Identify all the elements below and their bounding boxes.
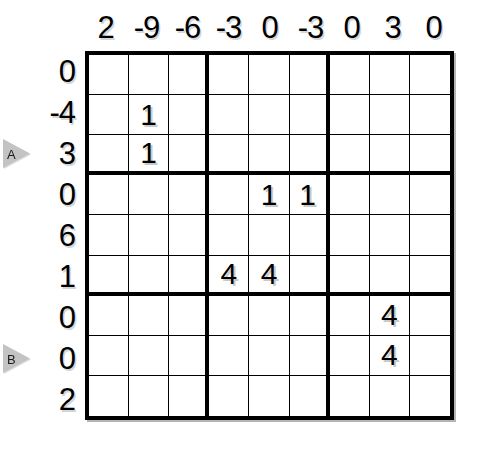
cell-r7c4[interactable] [209,296,249,336]
cell-r6c1[interactable] [89,256,129,296]
cell-r8c6[interactable] [290,336,330,376]
cell-r6c9[interactable] [410,256,450,296]
marker-label: A [7,146,16,161]
cell-r4c1[interactable] [89,175,129,215]
cell-r4c6[interactable]: 1 [290,175,330,215]
cell-r1c6[interactable] [290,55,330,95]
cell-r6c8[interactable] [370,256,410,296]
cell-r5c2[interactable] [129,215,169,255]
left-clue-row5: 6 [0,215,85,256]
cell-r9c7[interactable] [330,376,370,416]
cell-r6c7[interactable] [330,256,370,296]
marker-label: B [7,351,16,366]
cell-r3c7[interactable] [330,135,370,175]
cell-r5c3[interactable] [169,215,209,255]
cell-r8c3[interactable] [169,336,209,376]
cell-r3c1[interactable] [89,135,129,175]
cell-r4c9[interactable] [410,175,450,215]
cell-r5c4[interactable] [209,215,249,255]
top-clues: 2-9-6-30-3030 [85,8,454,48]
cell-r9c6[interactable] [290,376,330,416]
cell-r2c5[interactable] [249,95,289,135]
cell-r6c6[interactable] [290,256,330,296]
cell-r2c2[interactable]: 1 [129,95,169,135]
left-clue-row7: 0 [0,297,85,338]
cell-r2c3[interactable] [169,95,209,135]
cell-r8c7[interactable] [330,336,370,376]
left-clue-row4: 0 [0,174,85,215]
cell-r7c1[interactable] [89,296,129,336]
top-clue-col5: 0 [249,8,290,48]
cell-r9c4[interactable] [209,376,249,416]
cell-r6c4[interactable]: 4 [209,256,249,296]
top-clue-col4: -3 [208,8,249,48]
cell-r7c8[interactable]: 4 [370,296,410,336]
cell-r8c8[interactable]: 4 [370,336,410,376]
cell-r2c8[interactable] [370,95,410,135]
cell-r5c5[interactable] [249,215,289,255]
cell-r9c5[interactable] [249,376,289,416]
cell-r1c7[interactable] [330,55,370,95]
cell-r1c2[interactable] [129,55,169,95]
cell-r6c2[interactable] [129,256,169,296]
answer-marker-a-arrow-icon: A [3,139,30,168]
cell-r4c4[interactable] [209,175,249,215]
cell-r9c1[interactable] [89,376,129,416]
cell-r8c9[interactable] [410,336,450,376]
cell-r3c2[interactable]: 1 [129,135,169,175]
top-clue-col6: -3 [290,8,331,48]
cell-r9c3[interactable] [169,376,209,416]
cell-r5c1[interactable] [89,215,129,255]
cell-r8c4[interactable] [209,336,249,376]
left-clue-row2: -4 [0,92,85,133]
top-clue-col2: -9 [126,8,167,48]
top-clue-col8: 3 [372,8,413,48]
top-clue-col7: 0 [331,8,372,48]
cell-r1c8[interactable] [370,55,410,95]
cell-r2c4[interactable] [209,95,249,135]
cell-r7c7[interactable] [330,296,370,336]
left-clue-row9: 2 [0,379,85,420]
answer-marker-b-arrow-icon: B [3,344,30,373]
cell-r1c3[interactable] [169,55,209,95]
cell-r8c5[interactable] [249,336,289,376]
cell-r4c3[interactable] [169,175,209,215]
cell-r1c5[interactable] [249,55,289,95]
top-clue-col9: 0 [413,8,454,48]
cell-r3c9[interactable] [410,135,450,175]
top-clue-col3: -6 [167,8,208,48]
cell-r9c8[interactable] [370,376,410,416]
cell-r9c9[interactable] [410,376,450,416]
cell-r4c8[interactable] [370,175,410,215]
cell-r2c1[interactable] [89,95,129,135]
cell-r3c4[interactable] [209,135,249,175]
cell-r1c4[interactable] [209,55,249,95]
cell-r5c9[interactable] [410,215,450,255]
cell-r7c6[interactable] [290,296,330,336]
cell-r4c5[interactable]: 1 [249,175,289,215]
cell-r3c8[interactable] [370,135,410,175]
cell-r7c2[interactable] [129,296,169,336]
sudoku-grid[interactable]: 11114444 [85,51,454,420]
cell-r2c7[interactable] [330,95,370,135]
cell-r7c9[interactable] [410,296,450,336]
cell-r4c2[interactable] [129,175,169,215]
cell-r8c1[interactable] [89,336,129,376]
cell-r1c1[interactable] [89,55,129,95]
left-clue-row1: 0 [0,51,85,92]
cell-r5c8[interactable] [370,215,410,255]
cell-r1c9[interactable] [410,55,450,95]
left-clue-row6: 1 [0,256,85,297]
cell-r3c5[interactable] [249,135,289,175]
cell-r4c7[interactable] [330,175,370,215]
cell-r2c9[interactable] [410,95,450,135]
cell-r3c6[interactable] [290,135,330,175]
top-clue-col1: 2 [85,8,126,48]
puzzle-canvas: 2-9-6-30-3030 0-43061002 11114444 AB [0,0,495,464]
cell-r5c6[interactable] [290,215,330,255]
cell-r5c7[interactable] [330,215,370,255]
cell-r8c2[interactable] [129,336,169,376]
cell-r9c2[interactable] [129,376,169,416]
cell-r7c5[interactable] [249,296,289,336]
cell-r2c6[interactable] [290,95,330,135]
cell-r3c3[interactable] [169,135,209,175]
cell-r6c3[interactable] [169,256,209,296]
cell-r6c5[interactable]: 4 [249,256,289,296]
cell-r7c3[interactable] [169,296,209,336]
